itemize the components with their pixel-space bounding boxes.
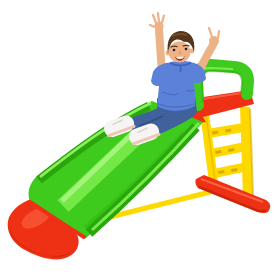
teeth <box>177 57 184 59</box>
child-left-hand <box>150 13 164 31</box>
toy-slide <box>8 65 270 259</box>
child-right-hand <box>209 28 219 46</box>
photo-canvas <box>0 0 280 280</box>
nose <box>180 51 181 55</box>
ladder-rung <box>210 142 246 158</box>
left-eye <box>173 49 176 52</box>
right-eye <box>185 48 188 51</box>
child <box>102 13 219 147</box>
child-head <box>166 31 195 63</box>
slide-photo-illustration <box>0 0 280 280</box>
